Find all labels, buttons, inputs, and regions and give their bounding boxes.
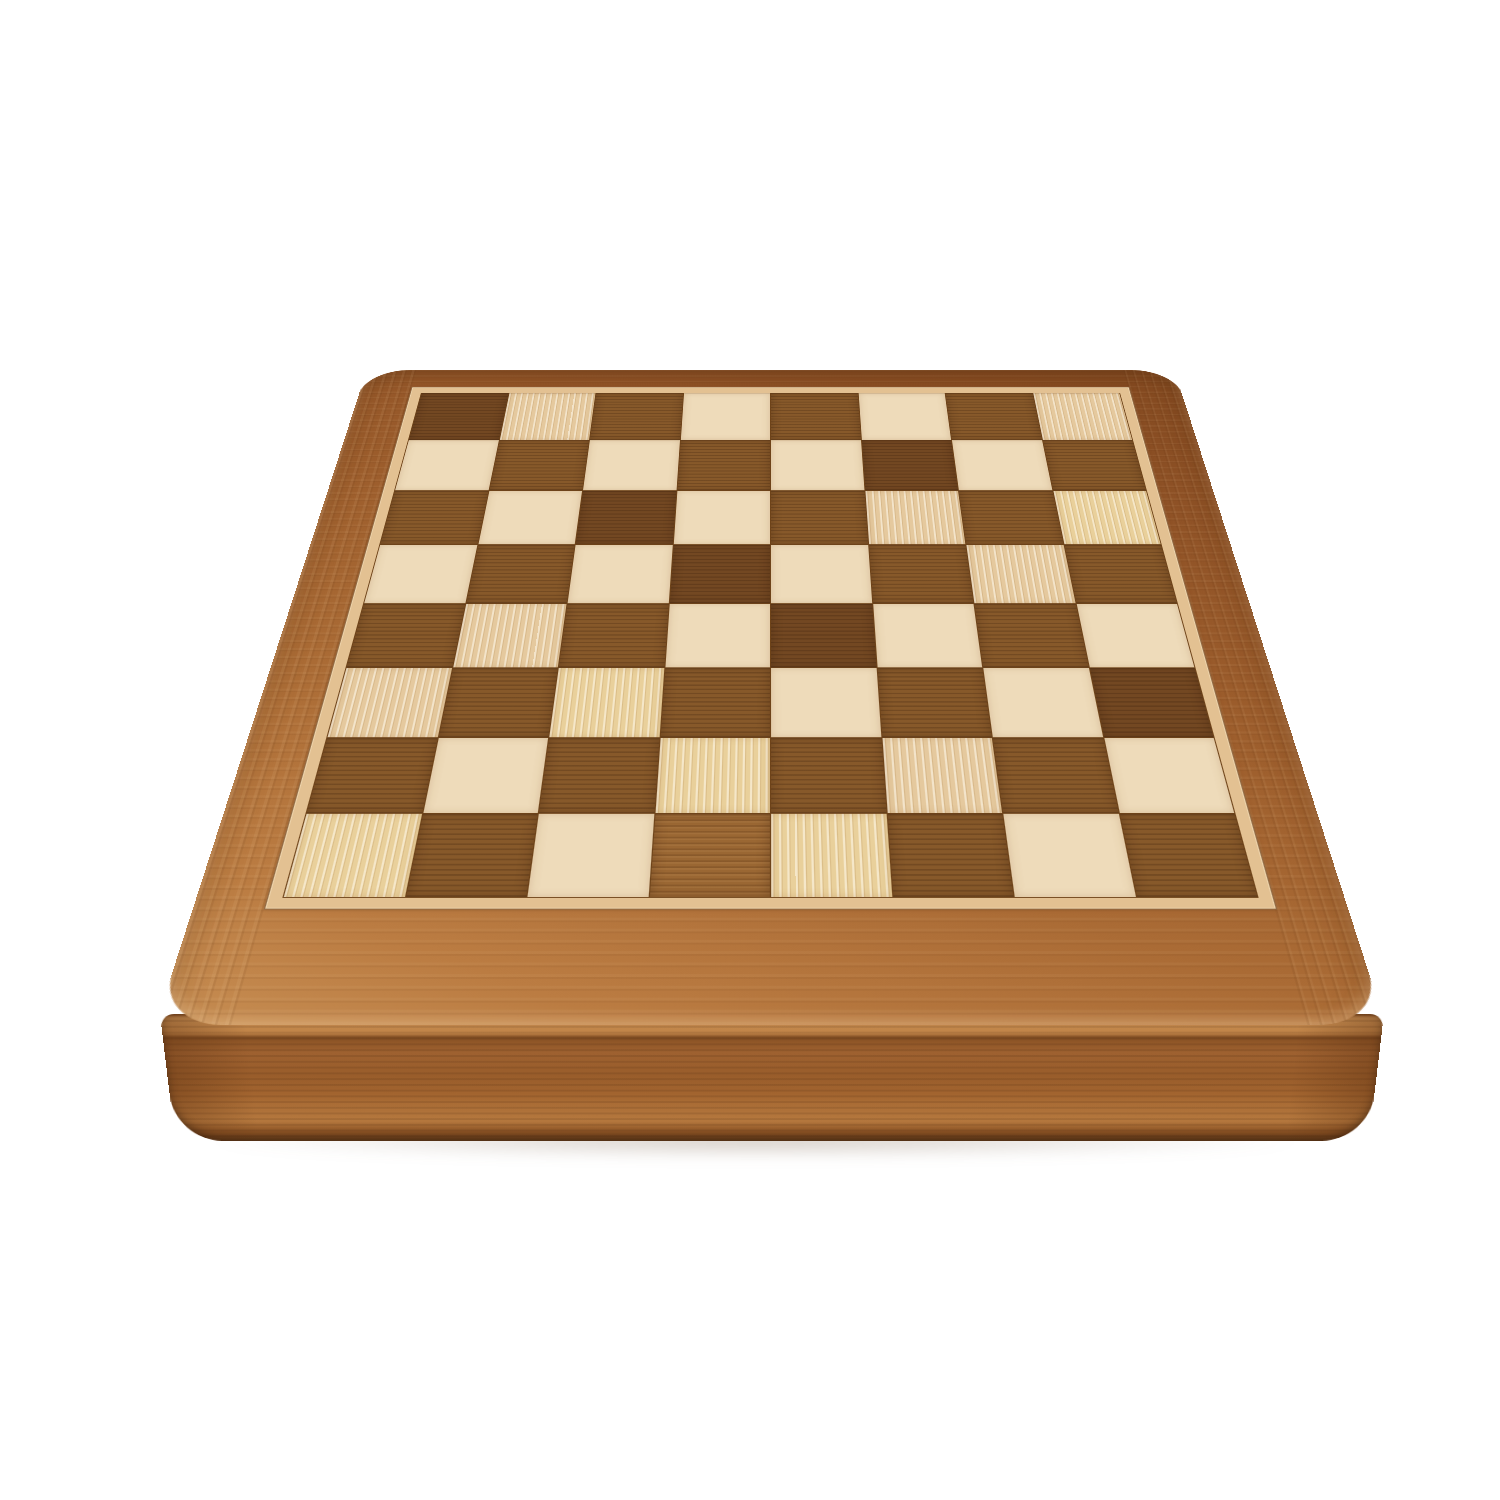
- board-square-r5c2: [453, 604, 567, 667]
- board-square-r6c7: [983, 668, 1102, 737]
- board-square-r6c5: [771, 668, 881, 737]
- board-square-r6c4: [660, 668, 770, 737]
- board-square-r7c4: [655, 738, 770, 814]
- board-square-r3c2: [478, 491, 582, 545]
- board-square-r2c1: [395, 440, 498, 490]
- board-square-r1c3: [590, 393, 683, 439]
- board-square-r3c7: [959, 491, 1063, 545]
- board-square-r2c7: [952, 440, 1052, 490]
- board-square-r8c6: [887, 814, 1013, 897]
- board-square-r3c3: [576, 491, 676, 545]
- board-square-r7c6: [882, 738, 1002, 814]
- board-square-r4c3: [568, 545, 673, 603]
- board-square-r2c5: [771, 440, 864, 490]
- board-square-r4c4: [669, 545, 770, 603]
- board-square-r1c6: [858, 393, 951, 439]
- board-square-r8c3: [527, 814, 653, 897]
- box-top-face: [155, 370, 1385, 1025]
- board-square-r4c1: [364, 545, 477, 603]
- board-square-r3c4: [673, 491, 770, 545]
- board-square-r4c8: [1064, 545, 1177, 603]
- product-photo-scene: [0, 0, 1500, 1500]
- board-square-r6c2: [438, 668, 557, 737]
- board-square-r7c1: [307, 738, 438, 814]
- board-square-r7c5: [771, 738, 886, 814]
- board-square-r2c3: [583, 440, 679, 490]
- board-square-r1c7: [946, 393, 1042, 439]
- board-square-r5c5: [771, 604, 876, 667]
- board-square-r6c1: [328, 668, 452, 737]
- board-square-r5c3: [559, 604, 668, 667]
- board-square-r7c7: [993, 738, 1118, 814]
- board-square-r7c3: [539, 738, 659, 814]
- board-square-r4c6: [869, 545, 974, 603]
- board-square-r7c2: [423, 738, 548, 814]
- box-side-face: [160, 1014, 1384, 1141]
- board-square-r1c4: [680, 393, 770, 439]
- board-square-r6c3: [549, 668, 664, 737]
- board-square-r2c8: [1043, 440, 1146, 490]
- board-square-r4c7: [966, 545, 1075, 603]
- board-square-r3c8: [1053, 491, 1161, 545]
- board-square-r1c2: [499, 393, 595, 439]
- board-square-r8c4: [649, 814, 770, 897]
- board-square-r8c8: [1119, 814, 1257, 897]
- board-square-r3c6: [865, 491, 965, 545]
- board-square-r1c8: [1033, 393, 1132, 439]
- board-square-r5c1: [347, 604, 465, 667]
- board-square-r5c6: [873, 604, 982, 667]
- board-square-r4c2: [466, 545, 575, 603]
- board-square-r5c8: [1076, 604, 1194, 667]
- board-square-r2c4: [677, 440, 770, 490]
- board-square-r5c7: [974, 604, 1088, 667]
- board-square-r8c2: [406, 814, 538, 897]
- board-square-r6c6: [877, 668, 992, 737]
- board-square-r2c6: [861, 440, 957, 490]
- board-square-r3c1: [380, 491, 488, 545]
- board-square-r6c8: [1089, 668, 1213, 737]
- maple-border: [264, 387, 1278, 910]
- board-square-r2c2: [489, 440, 589, 490]
- board-square-r1c1: [409, 393, 508, 439]
- board-square-r1c5: [771, 393, 861, 439]
- board-square-r8c7: [1003, 814, 1135, 897]
- chessboard: [282, 393, 1258, 898]
- board-square-r5c4: [665, 604, 770, 667]
- board-square-r3c5: [771, 491, 868, 545]
- board-square-r8c5: [771, 814, 892, 897]
- board-square-r7c8: [1104, 738, 1235, 814]
- board-square-r4c5: [771, 545, 872, 603]
- board-square-r8c1: [284, 814, 422, 897]
